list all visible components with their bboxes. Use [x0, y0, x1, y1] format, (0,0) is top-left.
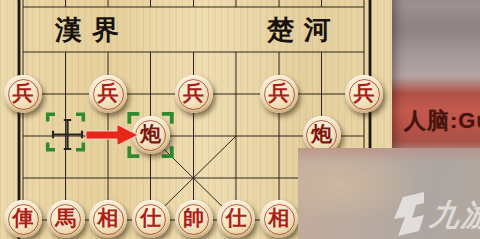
piece-advisor[interactable]: 仕 [217, 200, 255, 238]
piece-glyph: 炮 [311, 124, 332, 145]
piece-glyph: 炮 [140, 124, 161, 145]
piece-glyph: 兵 [13, 83, 34, 104]
piece-soldier[interactable]: 兵 [175, 75, 213, 113]
piece-soldier[interactable]: 兵 [89, 75, 127, 113]
piece-soldier[interactable]: 兵 [4, 75, 42, 113]
piece-soldier[interactable]: 兵 [260, 75, 298, 113]
piece-glyph: 仕 [140, 208, 161, 229]
piece-glyph: 兵 [269, 83, 290, 104]
piece-elephant[interactable]: 相 [89, 200, 127, 238]
piece-advisor[interactable]: 仕 [132, 200, 170, 238]
9game-logo-icon [391, 192, 427, 237]
piece-glyph: 兵 [98, 83, 119, 104]
piece-chariot[interactable]: 俥 [4, 200, 42, 238]
piece-elephant[interactable]: 相 [260, 200, 298, 238]
piece-glyph: 馬 [55, 208, 76, 229]
piece-glyph: 俥 [13, 208, 34, 229]
piece-glyph: 仕 [226, 208, 247, 229]
piece-glyph: 帥 [183, 208, 204, 229]
piece-general[interactable]: 帥 [175, 200, 213, 238]
player-name-label: 人脑:Gu [404, 106, 480, 136]
piece-soldier[interactable]: 兵 [345, 75, 383, 113]
piece-cannon[interactable]: 炮 [132, 116, 170, 154]
piece-glyph: 相 [269, 208, 290, 229]
piece-glyph: 兵 [354, 83, 375, 104]
watermark-text: 九游 [428, 200, 480, 230]
piece-horse[interactable]: 馬 [47, 200, 85, 238]
watermark-9game: 九游 [391, 192, 480, 237]
piece-glyph: 兵 [183, 83, 204, 104]
screenshot-root: 漢界 楚河 兵兵兵兵兵炮炮俥馬相仕帥仕相 人脑:Gu 九游 [0, 0, 480, 239]
piece-glyph: 相 [98, 208, 119, 229]
